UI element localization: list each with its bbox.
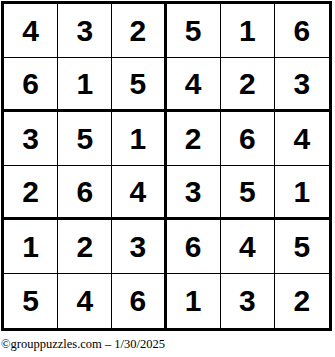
cell-r6c3[interactable]: 6	[112, 274, 166, 328]
cell-r5c1[interactable]: 1	[4, 220, 58, 274]
cell-r4c1[interactable]: 2	[4, 166, 58, 220]
cell-r4c6[interactable]: 1	[275, 166, 329, 220]
sudoku-board: 432516615423351264264351123645546132	[1, 1, 332, 331]
cell-r2c4[interactable]: 4	[167, 58, 221, 112]
cell-r6c5[interactable]: 3	[221, 274, 275, 328]
cell-r5c2[interactable]: 2	[58, 220, 112, 274]
cell-r4c2[interactable]: 6	[58, 166, 112, 220]
sudoku-puzzle-page: 432516615423351264264351123645546132 ©gr…	[0, 0, 335, 357]
cell-r1c1[interactable]: 4	[4, 4, 58, 58]
cell-r2c2[interactable]: 1	[58, 58, 112, 112]
cell-r6c1[interactable]: 5	[4, 274, 58, 328]
cell-r6c2[interactable]: 4	[58, 274, 112, 328]
cell-r3c4[interactable]: 2	[167, 112, 221, 166]
cell-r4c5[interactable]: 5	[221, 166, 275, 220]
cell-r1c6[interactable]: 6	[275, 4, 329, 58]
cell-r3c6[interactable]: 4	[275, 112, 329, 166]
cell-r2c5[interactable]: 2	[221, 58, 275, 112]
cell-r5c3[interactable]: 3	[112, 220, 166, 274]
cell-r1c3[interactable]: 2	[112, 4, 166, 58]
cell-r6c6[interactable]: 2	[275, 274, 329, 328]
cell-r3c5[interactable]: 6	[221, 112, 275, 166]
cell-r1c2[interactable]: 3	[58, 4, 112, 58]
cell-r2c6[interactable]: 3	[275, 58, 329, 112]
cell-r5c4[interactable]: 6	[167, 220, 221, 274]
cell-r1c5[interactable]: 1	[221, 4, 275, 58]
cell-r6c4[interactable]: 1	[167, 274, 221, 328]
cell-r5c5[interactable]: 4	[221, 220, 275, 274]
cell-r2c1[interactable]: 6	[4, 58, 58, 112]
cell-r4c3[interactable]: 4	[112, 166, 166, 220]
cell-r1c4[interactable]: 5	[167, 4, 221, 58]
cell-r3c3[interactable]: 1	[112, 112, 166, 166]
cell-r5c6[interactable]: 5	[275, 220, 329, 274]
copyright-credit: ©grouppuzzles.com – 1/30/2025	[1, 337, 165, 352]
cell-r2c3[interactable]: 5	[112, 58, 166, 112]
cell-r4c4[interactable]: 3	[167, 166, 221, 220]
cell-r3c1[interactable]: 3	[4, 112, 58, 166]
cell-r3c2[interactable]: 5	[58, 112, 112, 166]
